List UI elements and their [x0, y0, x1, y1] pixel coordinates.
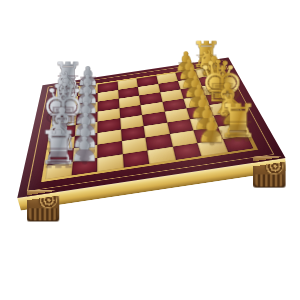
chess-set-photo: Product photo of a luxury metal chess se…: [0, 0, 300, 300]
board-plane: ♜♜♞♞♝♝♛♛♚♚♝♝♞♞♜♜♟♟♟♟♟♟♟♟♟♟♟♟♟♟♟♟♟♟♟♟♟♟♟♟…: [17, 57, 285, 198]
